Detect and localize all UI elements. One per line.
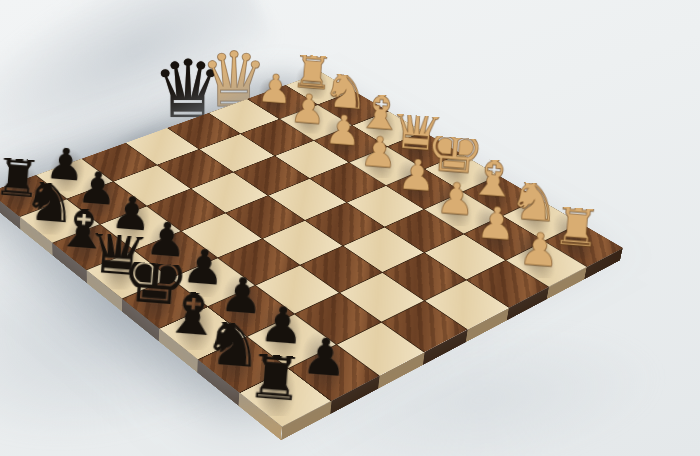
- chess-board: ♜♞♝♛♚♝♞♜♟♟♟♟♟♟♟♟♟♟♟♟♟♟♟♟♜♞♝♛♚♝♞♜: [0, 72, 623, 426]
- piece-black-rook-h8[interactable]: ♜: [240, 352, 310, 422]
- studio-scene: ♛ ♛ ♜♞♝♛♚♝♞♜♟♟♟♟♟♟♟♟♟♟♟♟♟♟♟♟♜♞♝♛♚♝♞♜: [0, 0, 700, 456]
- board-grid: ♜♞♝♛♚♝♞♜♟♟♟♟♟♟♟♟♟♟♟♟♟♟♟♟♜♞♝♛♚♝♞♜: [0, 72, 623, 426]
- piece-white-pawn-h2[interactable]: ♟: [508, 224, 569, 285]
